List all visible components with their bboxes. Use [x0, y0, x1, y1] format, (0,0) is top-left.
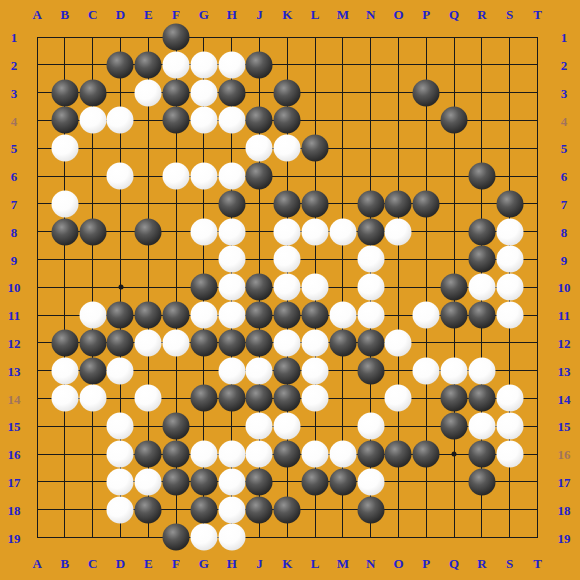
- point-Q7[interactable]: [440, 190, 468, 218]
- point-J17[interactable]: [246, 468, 274, 496]
- point-K18[interactable]: [273, 496, 301, 524]
- point-F14[interactable]: [162, 385, 190, 413]
- point-Q9[interactable]: [440, 246, 468, 274]
- point-R3[interactable]: [468, 79, 496, 107]
- point-P11[interactable]: [412, 301, 440, 329]
- point-L19[interactable]: [301, 524, 329, 552]
- point-S3[interactable]: [496, 79, 524, 107]
- point-P9[interactable]: [412, 246, 440, 274]
- point-N3[interactable]: [357, 79, 385, 107]
- point-S8[interactable]: [496, 218, 524, 246]
- point-P10[interactable]: [412, 273, 440, 301]
- point-N12[interactable]: [357, 329, 385, 357]
- point-H18[interactable]: [218, 496, 246, 524]
- point-D3[interactable]: [107, 79, 135, 107]
- point-K2[interactable]: [273, 51, 301, 79]
- point-E18[interactable]: [134, 496, 162, 524]
- point-O2[interactable]: [385, 51, 413, 79]
- point-O18[interactable]: [385, 496, 413, 524]
- point-Q5[interactable]: [440, 134, 468, 162]
- point-S13[interactable]: [496, 357, 524, 385]
- point-K8[interactable]: [273, 218, 301, 246]
- point-Q11[interactable]: [440, 301, 468, 329]
- point-N14[interactable]: [357, 385, 385, 413]
- point-M16[interactable]: [329, 440, 357, 468]
- point-J1[interactable]: [246, 23, 274, 51]
- point-A15[interactable]: [23, 412, 51, 440]
- point-S16[interactable]: [496, 440, 524, 468]
- point-G2[interactable]: [190, 51, 218, 79]
- point-S11[interactable]: [496, 301, 524, 329]
- point-G3[interactable]: [190, 79, 218, 107]
- point-H2[interactable]: [218, 51, 246, 79]
- point-G17[interactable]: [190, 468, 218, 496]
- point-R10[interactable]: [468, 273, 496, 301]
- point-Q17[interactable]: [440, 468, 468, 496]
- point-B7[interactable]: [51, 190, 79, 218]
- point-K13[interactable]: [273, 357, 301, 385]
- point-C11[interactable]: [79, 301, 107, 329]
- point-F11[interactable]: [162, 301, 190, 329]
- point-M15[interactable]: [329, 412, 357, 440]
- point-M2[interactable]: [329, 51, 357, 79]
- point-C6[interactable]: [79, 162, 107, 190]
- point-R17[interactable]: [468, 468, 496, 496]
- point-H19[interactable]: [218, 524, 246, 552]
- point-A19[interactable]: [23, 524, 51, 552]
- point-D5[interactable]: [107, 134, 135, 162]
- point-K7[interactable]: [273, 190, 301, 218]
- point-P2[interactable]: [412, 51, 440, 79]
- point-R14[interactable]: [468, 385, 496, 413]
- point-C8[interactable]: [79, 218, 107, 246]
- point-R6[interactable]: [468, 162, 496, 190]
- point-O16[interactable]: [385, 440, 413, 468]
- point-F4[interactable]: [162, 107, 190, 135]
- point-D7[interactable]: [107, 190, 135, 218]
- point-N18[interactable]: [357, 496, 385, 524]
- point-T3[interactable]: [524, 79, 552, 107]
- point-J8[interactable]: [246, 218, 274, 246]
- point-E15[interactable]: [134, 412, 162, 440]
- point-O1[interactable]: [385, 23, 413, 51]
- point-N8[interactable]: [357, 218, 385, 246]
- point-H12[interactable]: [218, 329, 246, 357]
- point-J10[interactable]: [246, 273, 274, 301]
- point-C13[interactable]: [79, 357, 107, 385]
- point-P1[interactable]: [412, 23, 440, 51]
- point-E4[interactable]: [134, 107, 162, 135]
- point-E14[interactable]: [134, 385, 162, 413]
- point-J14[interactable]: [246, 385, 274, 413]
- point-S5[interactable]: [496, 134, 524, 162]
- point-B1[interactable]: [51, 23, 79, 51]
- point-J12[interactable]: [246, 329, 274, 357]
- point-J19[interactable]: [246, 524, 274, 552]
- point-Q6[interactable]: [440, 162, 468, 190]
- point-M6[interactable]: [329, 162, 357, 190]
- point-D1[interactable]: [107, 23, 135, 51]
- point-L9[interactable]: [301, 246, 329, 274]
- point-D4[interactable]: [107, 107, 135, 135]
- point-M11[interactable]: [329, 301, 357, 329]
- point-P12[interactable]: [412, 329, 440, 357]
- point-T13[interactable]: [524, 357, 552, 385]
- point-M19[interactable]: [329, 524, 357, 552]
- point-T5[interactable]: [524, 134, 552, 162]
- point-T14[interactable]: [524, 385, 552, 413]
- point-K12[interactable]: [273, 329, 301, 357]
- point-K16[interactable]: [273, 440, 301, 468]
- point-N11[interactable]: [357, 301, 385, 329]
- point-R5[interactable]: [468, 134, 496, 162]
- point-B15[interactable]: [51, 412, 79, 440]
- point-D10[interactable]: [107, 273, 135, 301]
- point-H4[interactable]: [218, 107, 246, 135]
- point-T10[interactable]: [524, 273, 552, 301]
- point-C18[interactable]: [79, 496, 107, 524]
- point-Q15[interactable]: [440, 412, 468, 440]
- point-C4[interactable]: [79, 107, 107, 135]
- point-K4[interactable]: [273, 107, 301, 135]
- point-Q10[interactable]: [440, 273, 468, 301]
- point-F13[interactable]: [162, 357, 190, 385]
- point-H13[interactable]: [218, 357, 246, 385]
- point-P18[interactable]: [412, 496, 440, 524]
- point-R18[interactable]: [468, 496, 496, 524]
- point-D16[interactable]: [107, 440, 135, 468]
- point-G6[interactable]: [190, 162, 218, 190]
- point-D14[interactable]: [107, 385, 135, 413]
- point-G12[interactable]: [190, 329, 218, 357]
- point-T6[interactable]: [524, 162, 552, 190]
- point-N1[interactable]: [357, 23, 385, 51]
- point-O11[interactable]: [385, 301, 413, 329]
- point-A16[interactable]: [23, 440, 51, 468]
- point-R15[interactable]: [468, 412, 496, 440]
- point-G13[interactable]: [190, 357, 218, 385]
- point-S6[interactable]: [496, 162, 524, 190]
- point-G16[interactable]: [190, 440, 218, 468]
- point-F10[interactable]: [162, 273, 190, 301]
- point-O8[interactable]: [385, 218, 413, 246]
- point-G9[interactable]: [190, 246, 218, 274]
- point-G19[interactable]: [190, 524, 218, 552]
- point-S17[interactable]: [496, 468, 524, 496]
- point-G14[interactable]: [190, 385, 218, 413]
- point-Q19[interactable]: [440, 524, 468, 552]
- point-D9[interactable]: [107, 246, 135, 274]
- point-S10[interactable]: [496, 273, 524, 301]
- point-P8[interactable]: [412, 218, 440, 246]
- point-G11[interactable]: [190, 301, 218, 329]
- point-O15[interactable]: [385, 412, 413, 440]
- point-L11[interactable]: [301, 301, 329, 329]
- point-Q8[interactable]: [440, 218, 468, 246]
- point-E11[interactable]: [134, 301, 162, 329]
- point-H8[interactable]: [218, 218, 246, 246]
- point-N16[interactable]: [357, 440, 385, 468]
- point-F15[interactable]: [162, 412, 190, 440]
- point-P19[interactable]: [412, 524, 440, 552]
- point-T11[interactable]: [524, 301, 552, 329]
- point-O19[interactable]: [385, 524, 413, 552]
- point-A18[interactable]: [23, 496, 51, 524]
- point-H11[interactable]: [218, 301, 246, 329]
- point-M9[interactable]: [329, 246, 357, 274]
- point-F16[interactable]: [162, 440, 190, 468]
- point-G8[interactable]: [190, 218, 218, 246]
- point-E17[interactable]: [134, 468, 162, 496]
- point-H7[interactable]: [218, 190, 246, 218]
- point-D8[interactable]: [107, 218, 135, 246]
- point-L7[interactable]: [301, 190, 329, 218]
- point-B3[interactable]: [51, 79, 79, 107]
- point-C10[interactable]: [79, 273, 107, 301]
- point-F3[interactable]: [162, 79, 190, 107]
- point-N6[interactable]: [357, 162, 385, 190]
- point-T12[interactable]: [524, 329, 552, 357]
- point-S18[interactable]: [496, 496, 524, 524]
- point-N5[interactable]: [357, 134, 385, 162]
- point-J6[interactable]: [246, 162, 274, 190]
- point-N13[interactable]: [357, 357, 385, 385]
- point-O10[interactable]: [385, 273, 413, 301]
- point-C17[interactable]: [79, 468, 107, 496]
- point-A11[interactable]: [23, 301, 51, 329]
- point-H3[interactable]: [218, 79, 246, 107]
- point-R4[interactable]: [468, 107, 496, 135]
- point-R19[interactable]: [468, 524, 496, 552]
- point-E10[interactable]: [134, 273, 162, 301]
- point-A12[interactable]: [23, 329, 51, 357]
- point-N4[interactable]: [357, 107, 385, 135]
- point-O9[interactable]: [385, 246, 413, 274]
- point-L5[interactable]: [301, 134, 329, 162]
- point-T17[interactable]: [524, 468, 552, 496]
- point-T18[interactable]: [524, 496, 552, 524]
- point-T16[interactable]: [524, 440, 552, 468]
- point-M1[interactable]: [329, 23, 357, 51]
- point-S14[interactable]: [496, 385, 524, 413]
- point-H10[interactable]: [218, 273, 246, 301]
- point-M18[interactable]: [329, 496, 357, 524]
- point-L6[interactable]: [301, 162, 329, 190]
- point-E1[interactable]: [134, 23, 162, 51]
- point-R13[interactable]: [468, 357, 496, 385]
- point-A8[interactable]: [23, 218, 51, 246]
- point-M3[interactable]: [329, 79, 357, 107]
- point-E12[interactable]: [134, 329, 162, 357]
- point-L18[interactable]: [301, 496, 329, 524]
- point-K3[interactable]: [273, 79, 301, 107]
- point-C19[interactable]: [79, 524, 107, 552]
- point-L16[interactable]: [301, 440, 329, 468]
- point-A17[interactable]: [23, 468, 51, 496]
- point-B18[interactable]: [51, 496, 79, 524]
- point-T2[interactable]: [524, 51, 552, 79]
- point-F7[interactable]: [162, 190, 190, 218]
- point-E5[interactable]: [134, 134, 162, 162]
- point-H1[interactable]: [218, 23, 246, 51]
- point-C15[interactable]: [79, 412, 107, 440]
- point-C5[interactable]: [79, 134, 107, 162]
- point-B12[interactable]: [51, 329, 79, 357]
- point-E9[interactable]: [134, 246, 162, 274]
- point-S4[interactable]: [496, 107, 524, 135]
- point-L2[interactable]: [301, 51, 329, 79]
- point-O12[interactable]: [385, 329, 413, 357]
- point-P4[interactable]: [412, 107, 440, 135]
- point-M7[interactable]: [329, 190, 357, 218]
- point-D6[interactable]: [107, 162, 135, 190]
- point-E8[interactable]: [134, 218, 162, 246]
- point-J16[interactable]: [246, 440, 274, 468]
- point-K11[interactable]: [273, 301, 301, 329]
- point-D17[interactable]: [107, 468, 135, 496]
- point-Q4[interactable]: [440, 107, 468, 135]
- point-T4[interactable]: [524, 107, 552, 135]
- point-T7[interactable]: [524, 190, 552, 218]
- point-E19[interactable]: [134, 524, 162, 552]
- point-G10[interactable]: [190, 273, 218, 301]
- point-N9[interactable]: [357, 246, 385, 274]
- point-Q3[interactable]: [440, 79, 468, 107]
- point-P15[interactable]: [412, 412, 440, 440]
- point-A4[interactable]: [23, 107, 51, 135]
- point-Q12[interactable]: [440, 329, 468, 357]
- point-B11[interactable]: [51, 301, 79, 329]
- point-O3[interactable]: [385, 79, 413, 107]
- point-B2[interactable]: [51, 51, 79, 79]
- point-L8[interactable]: [301, 218, 329, 246]
- point-A3[interactable]: [23, 79, 51, 107]
- point-H6[interactable]: [218, 162, 246, 190]
- point-G15[interactable]: [190, 412, 218, 440]
- point-C14[interactable]: [79, 385, 107, 413]
- point-E3[interactable]: [134, 79, 162, 107]
- point-T15[interactable]: [524, 412, 552, 440]
- point-P7[interactable]: [412, 190, 440, 218]
- point-D18[interactable]: [107, 496, 135, 524]
- point-A1[interactable]: [23, 23, 51, 51]
- point-A9[interactable]: [23, 246, 51, 274]
- point-B19[interactable]: [51, 524, 79, 552]
- point-R12[interactable]: [468, 329, 496, 357]
- point-K10[interactable]: [273, 273, 301, 301]
- point-Q1[interactable]: [440, 23, 468, 51]
- point-T9[interactable]: [524, 246, 552, 274]
- point-H17[interactable]: [218, 468, 246, 496]
- point-T19[interactable]: [524, 524, 552, 552]
- point-B17[interactable]: [51, 468, 79, 496]
- point-H15[interactable]: [218, 412, 246, 440]
- point-F5[interactable]: [162, 134, 190, 162]
- point-G7[interactable]: [190, 190, 218, 218]
- point-F17[interactable]: [162, 468, 190, 496]
- point-S7[interactable]: [496, 190, 524, 218]
- point-Q2[interactable]: [440, 51, 468, 79]
- point-B6[interactable]: [51, 162, 79, 190]
- point-N17[interactable]: [357, 468, 385, 496]
- point-O17[interactable]: [385, 468, 413, 496]
- point-H14[interactable]: [218, 385, 246, 413]
- point-K6[interactable]: [273, 162, 301, 190]
- point-Q13[interactable]: [440, 357, 468, 385]
- point-N7[interactable]: [357, 190, 385, 218]
- point-L3[interactable]: [301, 79, 329, 107]
- point-P17[interactable]: [412, 468, 440, 496]
- point-F12[interactable]: [162, 329, 190, 357]
- point-T1[interactable]: [524, 23, 552, 51]
- point-O6[interactable]: [385, 162, 413, 190]
- point-P16[interactable]: [412, 440, 440, 468]
- point-F1[interactable]: [162, 23, 190, 51]
- point-R7[interactable]: [468, 190, 496, 218]
- point-G18[interactable]: [190, 496, 218, 524]
- point-F6[interactable]: [162, 162, 190, 190]
- point-J3[interactable]: [246, 79, 274, 107]
- point-D11[interactable]: [107, 301, 135, 329]
- point-E2[interactable]: [134, 51, 162, 79]
- point-Q18[interactable]: [440, 496, 468, 524]
- point-J4[interactable]: [246, 107, 274, 135]
- point-D2[interactable]: [107, 51, 135, 79]
- point-H16[interactable]: [218, 440, 246, 468]
- point-J5[interactable]: [246, 134, 274, 162]
- point-K19[interactable]: [273, 524, 301, 552]
- point-E7[interactable]: [134, 190, 162, 218]
- point-O7[interactable]: [385, 190, 413, 218]
- point-F2[interactable]: [162, 51, 190, 79]
- point-S19[interactable]: [496, 524, 524, 552]
- point-D19[interactable]: [107, 524, 135, 552]
- point-L14[interactable]: [301, 385, 329, 413]
- point-K5[interactable]: [273, 134, 301, 162]
- point-H5[interactable]: [218, 134, 246, 162]
- point-J7[interactable]: [246, 190, 274, 218]
- point-F18[interactable]: [162, 496, 190, 524]
- point-G4[interactable]: [190, 107, 218, 135]
- point-B10[interactable]: [51, 273, 79, 301]
- point-S1[interactable]: [496, 23, 524, 51]
- point-R16[interactable]: [468, 440, 496, 468]
- point-P6[interactable]: [412, 162, 440, 190]
- point-O13[interactable]: [385, 357, 413, 385]
- point-D13[interactable]: [107, 357, 135, 385]
- point-O4[interactable]: [385, 107, 413, 135]
- point-A5[interactable]: [23, 134, 51, 162]
- point-P13[interactable]: [412, 357, 440, 385]
- point-K17[interactable]: [273, 468, 301, 496]
- point-N15[interactable]: [357, 412, 385, 440]
- point-E13[interactable]: [134, 357, 162, 385]
- point-K1[interactable]: [273, 23, 301, 51]
- point-J18[interactable]: [246, 496, 274, 524]
- point-J11[interactable]: [246, 301, 274, 329]
- point-C3[interactable]: [79, 79, 107, 107]
- point-C1[interactable]: [79, 23, 107, 51]
- point-Q16[interactable]: [440, 440, 468, 468]
- point-L13[interactable]: [301, 357, 329, 385]
- point-L10[interactable]: [301, 273, 329, 301]
- point-T8[interactable]: [524, 218, 552, 246]
- point-N10[interactable]: [357, 273, 385, 301]
- point-F19[interactable]: [162, 524, 190, 552]
- point-M13[interactable]: [329, 357, 357, 385]
- point-C9[interactable]: [79, 246, 107, 274]
- point-O14[interactable]: [385, 385, 413, 413]
